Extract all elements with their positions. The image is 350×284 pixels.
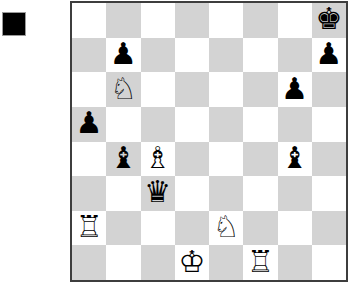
square-h7[interactable]: ♟ [312, 38, 346, 73]
square-d6[interactable] [175, 72, 209, 107]
square-e8[interactable] [209, 3, 243, 38]
square-g4[interactable]: ♝ [278, 142, 312, 177]
square-d7[interactable] [175, 38, 209, 73]
square-e6[interactable] [209, 72, 243, 107]
square-b6[interactable]: ♘ [106, 72, 140, 107]
square-a4[interactable] [72, 142, 106, 177]
square-d5[interactable] [175, 107, 209, 142]
square-e3[interactable] [209, 176, 243, 211]
square-h1[interactable] [312, 245, 346, 280]
square-b2[interactable] [106, 211, 140, 246]
piece-black-pawn[interactable]: ♟ [110, 39, 137, 69]
square-d2[interactable] [175, 211, 209, 246]
square-e2[interactable]: ♘ [209, 211, 243, 246]
square-h2[interactable] [312, 211, 346, 246]
square-f7[interactable] [243, 38, 277, 73]
square-d8[interactable] [175, 3, 209, 38]
piece-black-pawn[interactable]: ♟ [315, 39, 342, 69]
square-g3[interactable] [278, 176, 312, 211]
piece-white-bishop[interactable]: ♗ [144, 143, 171, 173]
square-c8[interactable] [141, 3, 175, 38]
square-f2[interactable] [243, 211, 277, 246]
square-c3[interactable]: ♛ [141, 176, 175, 211]
square-a8[interactable] [72, 3, 106, 38]
piece-black-bishop[interactable]: ♝ [110, 143, 137, 173]
square-g5[interactable] [278, 107, 312, 142]
square-c6[interactable] [141, 72, 175, 107]
piece-white-knight[interactable]: ♘ [110, 74, 137, 104]
piece-white-knight[interactable]: ♘ [213, 212, 240, 242]
square-a7[interactable] [72, 38, 106, 73]
piece-black-pawn[interactable]: ♟ [281, 74, 308, 104]
square-e1[interactable] [209, 245, 243, 280]
piece-white-rook[interactable]: ♖ [76, 212, 103, 242]
piece-black-pawn[interactable]: ♟ [76, 108, 103, 138]
square-e7[interactable] [209, 38, 243, 73]
square-f5[interactable] [243, 107, 277, 142]
chess-diagram-page: ♚♟♟♘♟♟♝♗♝♛♖♘♔♖ [0, 0, 350, 284]
square-f4[interactable] [243, 142, 277, 177]
square-f6[interactable] [243, 72, 277, 107]
chess-board: ♚♟♟♘♟♟♝♗♝♛♖♘♔♖ [70, 1, 348, 282]
square-b5[interactable] [106, 107, 140, 142]
piece-black-bishop[interactable]: ♝ [281, 143, 308, 173]
black-to-move-indicator [2, 12, 26, 36]
piece-black-queen[interactable]: ♛ [144, 177, 171, 207]
square-a6[interactable] [72, 72, 106, 107]
square-g7[interactable] [278, 38, 312, 73]
square-a1[interactable] [72, 245, 106, 280]
square-b3[interactable] [106, 176, 140, 211]
square-e5[interactable] [209, 107, 243, 142]
square-b1[interactable] [106, 245, 140, 280]
piece-white-rook[interactable]: ♖ [247, 247, 274, 277]
square-g1[interactable] [278, 245, 312, 280]
square-g2[interactable] [278, 211, 312, 246]
square-a2[interactable]: ♖ [72, 211, 106, 246]
square-d3[interactable] [175, 176, 209, 211]
square-h3[interactable] [312, 176, 346, 211]
square-a3[interactable] [72, 176, 106, 211]
square-f1[interactable]: ♖ [243, 245, 277, 280]
square-h8[interactable]: ♚ [312, 3, 346, 38]
square-d1[interactable]: ♔ [175, 245, 209, 280]
piece-white-king[interactable]: ♔ [178, 247, 205, 277]
square-f3[interactable] [243, 176, 277, 211]
square-h4[interactable] [312, 142, 346, 177]
square-a5[interactable]: ♟ [72, 107, 106, 142]
square-c5[interactable] [141, 107, 175, 142]
square-c2[interactable] [141, 211, 175, 246]
square-e4[interactable] [209, 142, 243, 177]
square-b4[interactable]: ♝ [106, 142, 140, 177]
square-f8[interactable] [243, 3, 277, 38]
square-d4[interactable] [175, 142, 209, 177]
square-b8[interactable] [106, 3, 140, 38]
square-g6[interactable]: ♟ [278, 72, 312, 107]
square-h5[interactable] [312, 107, 346, 142]
square-c4[interactable]: ♗ [141, 142, 175, 177]
square-b7[interactable]: ♟ [106, 38, 140, 73]
square-h6[interactable] [312, 72, 346, 107]
square-c1[interactable] [141, 245, 175, 280]
piece-black-king[interactable]: ♚ [315, 4, 342, 34]
square-c7[interactable] [141, 38, 175, 73]
square-g8[interactable] [278, 3, 312, 38]
